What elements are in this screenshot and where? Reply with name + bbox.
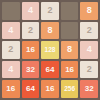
- game-board-2048[interactable]: 4284282216128844326416216641625632: [0, 0, 100, 100]
- empty-cell-r1c4: [61, 2, 79, 20]
- tile-4-r1c2: 4: [22, 2, 40, 20]
- empty-cell-r1c1: [2, 2, 20, 20]
- tile-32-r4c2: 32: [22, 61, 40, 79]
- tile-256-r5c4: 256: [61, 80, 79, 98]
- tile-2-r2c5: 2: [80, 22, 98, 40]
- tile-4-r4c1: 4: [2, 61, 20, 79]
- tile-16-r5c3: 16: [41, 80, 59, 98]
- tile-64-r4c3: 64: [41, 61, 59, 79]
- tile-4-r3c5: 4: [80, 41, 98, 59]
- tile-8-r1c5: 8: [80, 2, 98, 20]
- tile-128-r3c3: 128: [41, 41, 59, 59]
- tile-64-r5c2: 64: [22, 80, 40, 98]
- tile-4-r2c1: 4: [2, 22, 20, 40]
- tile-16-r3c2: 16: [22, 41, 40, 59]
- empty-cell-r2c4: [61, 22, 79, 40]
- tile-2-r3c1: 2: [2, 41, 20, 59]
- tile-2-r2c2: 2: [22, 22, 40, 40]
- tile-8-r2c3: 8: [41, 22, 59, 40]
- tile-16-r4c4: 16: [61, 61, 79, 79]
- tile-32-r5c5: 32: [80, 80, 98, 98]
- tile-2-r1c3: 2: [41, 2, 59, 20]
- tile-2-r4c5: 2: [80, 61, 98, 79]
- tile-8-r3c4: 8: [61, 41, 79, 59]
- tile-16-r5c1: 16: [2, 80, 20, 98]
